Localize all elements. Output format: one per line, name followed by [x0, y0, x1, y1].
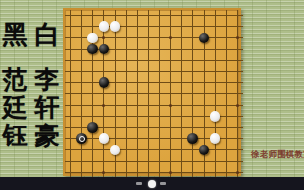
- black-stone: [87, 44, 98, 55]
- star-point: [236, 104, 239, 107]
- black-stone: [199, 145, 210, 156]
- black-label: 黑: [0, 22, 30, 47]
- black-stone: [99, 77, 110, 88]
- white-label: 白: [32, 22, 62, 47]
- progress-thumb[interactable]: [148, 180, 156, 188]
- star-point: [102, 171, 105, 174]
- star-point: [169, 104, 172, 107]
- white-stone: [110, 21, 121, 32]
- white-stone: [99, 21, 110, 32]
- black-stone: [87, 122, 98, 133]
- star-point: [102, 36, 105, 39]
- black-stone: [187, 133, 198, 144]
- last-move-marker: [79, 136, 86, 143]
- white-player-char2: 轩: [32, 95, 62, 120]
- go-board-grid[interactable]: [65, 10, 243, 178]
- black-player-char1: 范: [0, 67, 30, 92]
- rewind-icon[interactable]: [136, 182, 142, 185]
- white-stone: [210, 133, 221, 144]
- watermark-text: 徐老师围棋教室: [251, 149, 304, 161]
- white-player-char1: 李: [32, 67, 62, 92]
- star-point: [169, 36, 172, 39]
- black-stone: [99, 44, 110, 55]
- white-stone: [87, 33, 98, 44]
- go-board[interactable]: [63, 8, 241, 176]
- white-stone: [210, 111, 221, 122]
- black-stone: [199, 33, 210, 44]
- video-frame: 黑 范 廷 钰 白 李 轩 豪 徐老师围棋教室: [0, 0, 304, 190]
- black-stone: [76, 133, 87, 144]
- star-point: [169, 171, 172, 174]
- white-player-char3: 豪: [32, 123, 62, 148]
- white-stone: [99, 133, 110, 144]
- black-player-char2: 廷: [0, 95, 30, 120]
- white-stone: [110, 145, 121, 156]
- video-player-bar[interactable]: [0, 177, 304, 190]
- star-point: [236, 36, 239, 39]
- forward-icon[interactable]: [160, 182, 166, 185]
- star-point: [102, 104, 105, 107]
- black-player-char3: 钰: [0, 123, 30, 148]
- star-point: [236, 171, 239, 174]
